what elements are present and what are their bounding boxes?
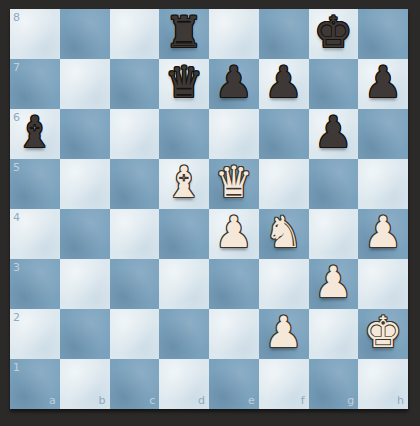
square-e7[interactable]: ♟ (209, 59, 259, 109)
square-f5[interactable] (259, 159, 309, 209)
square-a5[interactable]: 5 (10, 159, 60, 209)
square-b5[interactable] (60, 159, 110, 209)
square-h2[interactable]: ♚ (358, 309, 408, 359)
rank-label-8: 8 (13, 12, 20, 23)
square-g3[interactable]: ♟ (309, 259, 359, 309)
square-e2[interactable] (209, 309, 259, 359)
square-e4[interactable]: ♟ (209, 209, 259, 259)
square-c8[interactable] (110, 9, 160, 59)
square-g1[interactable]: g (309, 359, 359, 409)
square-c2[interactable] (110, 309, 160, 359)
square-f2[interactable]: ♟ (259, 309, 309, 359)
piece-white-pawn-f2[interactable]: ♟ (264, 311, 303, 354)
piece-black-queen-d7[interactable]: ♛ (165, 61, 204, 104)
square-d4[interactable] (159, 209, 209, 259)
file-label-f: f (301, 395, 305, 406)
file-label-c: c (149, 395, 155, 406)
square-e3[interactable] (209, 259, 259, 309)
square-a3[interactable]: 3 (10, 259, 60, 309)
square-h7[interactable]: ♟ (358, 59, 408, 109)
square-c5[interactable] (110, 159, 160, 209)
rank-label-4: 4 (13, 212, 20, 223)
square-c4[interactable] (110, 209, 160, 259)
square-c3[interactable] (110, 259, 160, 309)
square-a1[interactable]: 1a (10, 359, 60, 409)
square-d5[interactable]: ♝ (159, 159, 209, 209)
square-c6[interactable] (110, 109, 160, 159)
square-a4[interactable]: 4 (10, 209, 60, 259)
file-label-a: a (49, 395, 56, 406)
piece-black-king-g8[interactable]: ♚ (314, 11, 353, 54)
square-g6[interactable]: ♟ (309, 109, 359, 159)
square-d7[interactable]: ♛ (159, 59, 209, 109)
square-h4[interactable]: ♟ (358, 209, 408, 259)
rank-label-7: 7 (13, 62, 20, 73)
square-g2[interactable] (309, 309, 359, 359)
square-h6[interactable] (358, 109, 408, 159)
square-e8[interactable] (209, 9, 259, 59)
piece-white-knight-f4[interactable]: ♞ (264, 211, 303, 254)
piece-white-pawn-g3[interactable]: ♟ (314, 261, 353, 304)
square-g8[interactable]: ♚ (309, 9, 359, 59)
square-e1[interactable]: e (209, 359, 259, 409)
square-h1[interactable]: h (358, 359, 408, 409)
piece-black-pawn-h7[interactable]: ♟ (364, 61, 403, 104)
square-c7[interactable] (110, 59, 160, 109)
file-label-h: h (397, 395, 404, 406)
square-b2[interactable] (60, 309, 110, 359)
square-f7[interactable]: ♟ (259, 59, 309, 109)
square-f1[interactable]: f (259, 359, 309, 409)
piece-white-king-h2[interactable]: ♚ (364, 311, 403, 354)
rank-label-5: 5 (13, 162, 20, 173)
piece-black-bishop-a6[interactable]: ♝ (16, 111, 55, 154)
square-h8[interactable] (358, 9, 408, 59)
square-d8[interactable]: ♜ (159, 9, 209, 59)
piece-black-pawn-e7[interactable]: ♟ (215, 61, 254, 104)
square-b8[interactable] (60, 9, 110, 59)
square-g4[interactable] (309, 209, 359, 259)
square-a2[interactable]: 2 (10, 309, 60, 359)
chess-board: 8♜♚7♛♟♟♟6♝♟5♝♛4♟♞♟3♟2♟♚1abcdefgh (10, 9, 408, 409)
rank-label-2: 2 (13, 312, 20, 323)
piece-black-rook-d8[interactable]: ♜ (165, 11, 204, 54)
square-f6[interactable] (259, 109, 309, 159)
square-g5[interactable] (309, 159, 359, 209)
square-b3[interactable] (60, 259, 110, 309)
square-c1[interactable]: c (110, 359, 160, 409)
square-a7[interactable]: 7 (10, 59, 60, 109)
file-label-b: b (99, 395, 106, 406)
square-b4[interactable] (60, 209, 110, 259)
piece-white-queen-e5[interactable]: ♛ (215, 161, 254, 204)
square-d3[interactable] (159, 259, 209, 309)
square-e5[interactable]: ♛ (209, 159, 259, 209)
square-g7[interactable] (309, 59, 359, 109)
square-f3[interactable] (259, 259, 309, 309)
file-label-g: g (347, 395, 354, 406)
square-d6[interactable] (159, 109, 209, 159)
square-e6[interactable] (209, 109, 259, 159)
square-f4[interactable]: ♞ (259, 209, 309, 259)
rank-label-3: 3 (13, 262, 20, 273)
file-label-e: e (248, 395, 255, 406)
rank-label-1: 1 (13, 362, 20, 373)
file-label-d: d (198, 395, 205, 406)
square-a8[interactable]: 8 (10, 9, 60, 59)
square-b1[interactable]: b (60, 359, 110, 409)
piece-white-bishop-d5[interactable]: ♝ (165, 161, 204, 204)
square-a6[interactable]: 6♝ (10, 109, 60, 159)
square-f8[interactable] (259, 9, 309, 59)
piece-white-pawn-e4[interactable]: ♟ (215, 211, 254, 254)
piece-white-pawn-h4[interactable]: ♟ (364, 211, 403, 254)
square-h3[interactable] (358, 259, 408, 309)
piece-black-pawn-f7[interactable]: ♟ (264, 61, 303, 104)
square-h5[interactable] (358, 159, 408, 209)
square-b6[interactable] (60, 109, 110, 159)
square-d1[interactable]: d (159, 359, 209, 409)
square-b7[interactable] (60, 59, 110, 109)
piece-black-pawn-g6[interactable]: ♟ (314, 111, 353, 154)
square-d2[interactable] (159, 309, 209, 359)
